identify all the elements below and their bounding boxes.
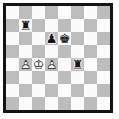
square-d6[interactable]: ♟	[45, 32, 58, 45]
square-a5[interactable]	[6, 45, 19, 58]
square-d3[interactable]	[45, 71, 58, 84]
square-b6[interactable]	[19, 32, 32, 45]
square-g8[interactable]	[84, 6, 97, 19]
square-b1[interactable]	[19, 97, 32, 110]
square-e6[interactable]: ♚	[58, 32, 71, 45]
square-f4[interactable]: ♜	[71, 58, 84, 71]
square-a8[interactable]	[6, 6, 19, 19]
square-a6[interactable]	[6, 32, 19, 45]
square-g3[interactable]	[84, 71, 97, 84]
square-c7[interactable]	[32, 19, 45, 32]
square-b7[interactable]: ♜	[19, 19, 32, 32]
square-h2[interactable]	[97, 84, 110, 97]
square-c1[interactable]	[32, 97, 45, 110]
chess-board: ♜♟♚♟♙♚♔♟♙♜	[6, 6, 110, 110]
square-f3[interactable]	[71, 71, 84, 84]
square-d8[interactable]	[45, 6, 58, 19]
square-a1[interactable]	[6, 97, 19, 110]
square-h8[interactable]	[97, 6, 110, 19]
square-h4[interactable]	[97, 58, 110, 71]
square-e5[interactable]	[58, 45, 71, 58]
piece-white-pawn: ♙	[45, 58, 58, 71]
square-h3[interactable]	[97, 71, 110, 84]
square-a4[interactable]	[6, 58, 19, 71]
square-c8[interactable]	[32, 6, 45, 19]
square-f6[interactable]	[71, 32, 84, 45]
square-f2[interactable]	[71, 84, 84, 97]
square-f1[interactable]	[71, 97, 84, 110]
square-c6[interactable]	[32, 32, 45, 45]
square-d2[interactable]	[45, 84, 58, 97]
square-g4[interactable]	[84, 58, 97, 71]
square-a2[interactable]	[6, 84, 19, 97]
chess-diagram: ♜♟♚♟♙♚♔♟♙♜	[0, 0, 119, 119]
piece-white-king: ♔	[32, 58, 45, 71]
square-b3[interactable]	[19, 71, 32, 84]
square-b2[interactable]	[19, 84, 32, 97]
piece-black-rook: ♜	[19, 19, 32, 32]
piece-black-rook: ♜	[71, 58, 84, 71]
square-d1[interactable]	[45, 97, 58, 110]
square-a3[interactable]	[6, 71, 19, 84]
square-g7[interactable]	[84, 19, 97, 32]
square-c4[interactable]: ♚♔	[32, 58, 45, 71]
piece-white-pawn: ♙	[19, 58, 32, 71]
square-e2[interactable]	[58, 84, 71, 97]
board-frame: ♜♟♚♟♙♚♔♟♙♜	[3, 3, 113, 113]
square-a7[interactable]	[6, 19, 19, 32]
square-h1[interactable]	[97, 97, 110, 110]
square-f8[interactable]	[71, 6, 84, 19]
piece-black-pawn: ♟	[45, 32, 58, 45]
square-c2[interactable]	[32, 84, 45, 97]
square-g5[interactable]	[84, 45, 97, 58]
square-b4[interactable]: ♟♙	[19, 58, 32, 71]
square-e4[interactable]	[58, 58, 71, 71]
piece-black-king: ♚	[58, 32, 71, 45]
square-g2[interactable]	[84, 84, 97, 97]
square-h5[interactable]	[97, 45, 110, 58]
square-g1[interactable]	[84, 97, 97, 110]
square-e1[interactable]	[58, 97, 71, 110]
square-h7[interactable]	[97, 19, 110, 32]
square-e3[interactable]	[58, 71, 71, 84]
square-g6[interactable]	[84, 32, 97, 45]
square-f7[interactable]	[71, 19, 84, 32]
square-h6[interactable]	[97, 32, 110, 45]
square-d4[interactable]: ♟♙	[45, 58, 58, 71]
square-c3[interactable]	[32, 71, 45, 84]
square-e8[interactable]	[58, 6, 71, 19]
